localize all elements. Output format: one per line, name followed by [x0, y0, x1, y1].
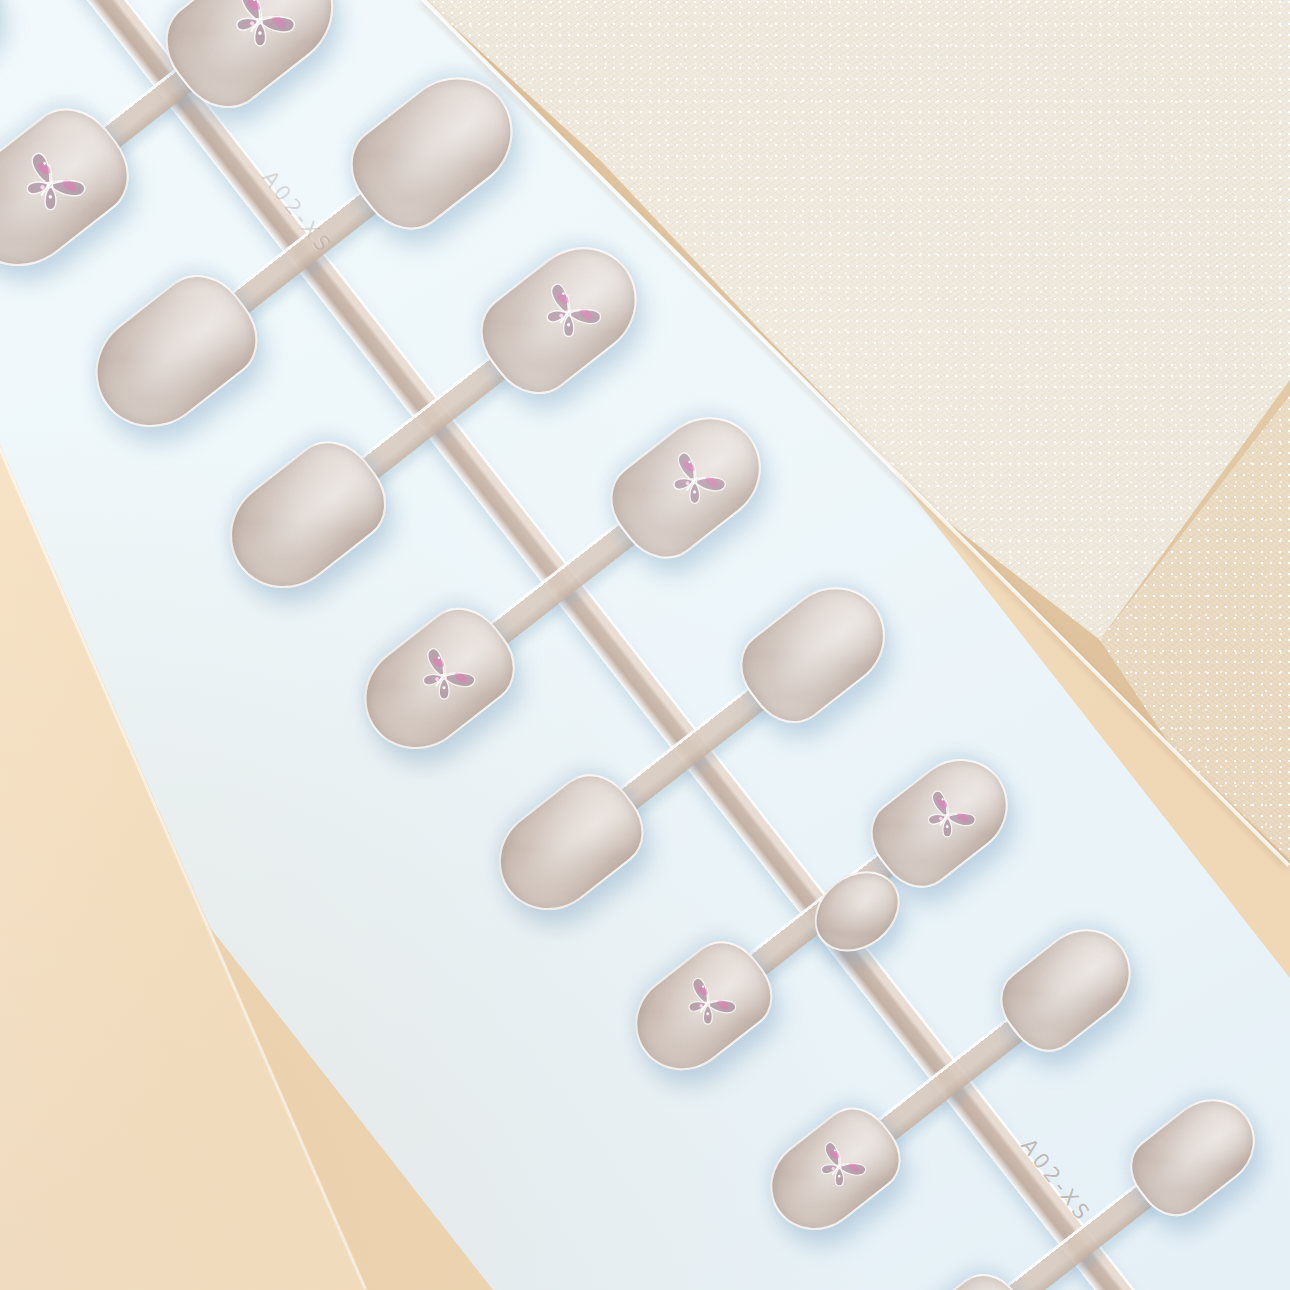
butterfly-decal — [214, 0, 306, 65]
photo-stage: A02-XSA02-XS — [0, 0, 1290, 1290]
butterfly-decal — [671, 966, 746, 1039]
butterfly-decal — [5, 139, 97, 228]
butterfly-decal — [404, 636, 486, 716]
butterfly-decal — [805, 1132, 875, 1201]
butterfly-decal — [654, 440, 736, 520]
butterfly-decal — [911, 779, 986, 852]
butterfly-decal — [526, 271, 611, 354]
nail-tip — [0, 0, 18, 125]
